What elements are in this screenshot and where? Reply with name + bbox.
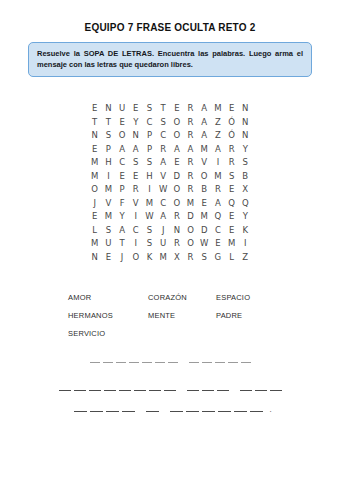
- page-title: EQUIPO 7 FRASE OCULTA RETO 2: [0, 22, 340, 33]
- letter-blank: [218, 406, 231, 412]
- letter-blank: [270, 385, 282, 391]
- letter-blank: [241, 357, 251, 363]
- letter-blank: [106, 406, 119, 412]
- grid-cell[interactable]: A: [129, 142, 143, 156]
- grid-cell[interactable]: E: [88, 142, 102, 156]
- letter-blank: [134, 385, 146, 391]
- grid-cell[interactable]: Q: [211, 210, 225, 224]
- grid-cell[interactable]: R: [211, 183, 225, 197]
- grid-cell[interactable]: Ó: [225, 129, 239, 143]
- blank-word-group: [187, 385, 229, 391]
- grid-cell[interactable]: E: [102, 250, 116, 264]
- grid-cell[interactable]: W: [143, 210, 157, 224]
- grid-cell[interactable]: A: [197, 129, 211, 143]
- word-empty: [216, 329, 340, 338]
- grid-cell[interactable]: U: [115, 102, 129, 116]
- grid-cell[interactable]: E: [211, 237, 225, 251]
- letter-blank: [228, 357, 238, 363]
- grid-cell[interactable]: B: [238, 169, 252, 183]
- grid-cell[interactable]: J: [156, 223, 170, 237]
- grid-cell[interactable]: S: [143, 223, 157, 237]
- grid-cell[interactable]: C: [211, 223, 225, 237]
- grid-cell[interactable]: U: [156, 237, 170, 251]
- letter-blank: [234, 406, 247, 412]
- grid-cell[interactable]: R: [184, 129, 198, 143]
- letter-blank: [186, 406, 199, 412]
- grid-cell[interactable]: T: [88, 115, 102, 129]
- blank-word-group: [59, 385, 176, 391]
- blank-word-group: [90, 357, 178, 363]
- grid-cell[interactable]: S: [143, 156, 157, 170]
- grid-cell[interactable]: A: [211, 196, 225, 210]
- grid-cell[interactable]: E: [88, 102, 102, 116]
- grid-cell[interactable]: A: [156, 156, 170, 170]
- grid-cell[interactable]: J: [115, 250, 129, 264]
- grid-cell[interactable]: I: [129, 210, 143, 224]
- grid-cell[interactable]: I: [238, 237, 252, 251]
- grid-cell[interactable]: S: [129, 156, 143, 170]
- grid-cell[interactable]: N: [129, 129, 143, 143]
- instructions-box: Resuelve la SOPA DE LETRAS. Encuentra la…: [28, 42, 312, 77]
- grid-cell[interactable]: E: [170, 102, 184, 116]
- grid-cell[interactable]: R: [129, 183, 143, 197]
- grid-cell[interactable]: S: [225, 169, 239, 183]
- grid-cell[interactable]: Y: [238, 142, 252, 156]
- grid-cell[interactable]: L: [88, 223, 102, 237]
- letter-blank: [119, 385, 131, 391]
- grid-cell[interactable]: R: [184, 250, 198, 264]
- grid-cell[interactable]: R: [156, 142, 170, 156]
- grid-cell[interactable]: S: [197, 250, 211, 264]
- grid-cell[interactable]: O: [170, 196, 184, 210]
- grid-cell[interactable]: A: [184, 142, 198, 156]
- grid-cell[interactable]: V: [156, 169, 170, 183]
- grid-cell[interactable]: F: [115, 196, 129, 210]
- blank-word-group: [146, 406, 159, 412]
- letter-blank: [215, 357, 225, 363]
- letter-blank: [168, 357, 178, 363]
- grid-cell[interactable]: Z: [211, 115, 225, 129]
- period-mark: .: [269, 407, 271, 412]
- grid-cell[interactable]: P: [102, 142, 116, 156]
- grid-cell[interactable]: E: [115, 115, 129, 129]
- grid-cell[interactable]: A: [197, 102, 211, 116]
- blank-word-group: [240, 385, 282, 391]
- grid-cell[interactable]: N: [88, 250, 102, 264]
- grid-cell[interactable]: W: [156, 183, 170, 197]
- grid-cell[interactable]: E: [129, 169, 143, 183]
- grid-cell[interactable]: K: [238, 223, 252, 237]
- grid-cell[interactable]: E: [197, 196, 211, 210]
- grid-cell[interactable]: P: [143, 129, 157, 143]
- grid-cell[interactable]: R: [184, 156, 198, 170]
- grid-cell[interactable]: R: [170, 237, 184, 251]
- grid-cell[interactable]: R: [170, 210, 184, 224]
- grid-cell[interactable]: V: [102, 196, 116, 210]
- grid-cell[interactable]: Z: [238, 250, 252, 264]
- grid-cell[interactable]: O: [129, 250, 143, 264]
- grid-cell[interactable]: D: [184, 210, 198, 224]
- grid-cell[interactable]: M: [211, 169, 225, 183]
- word-empty: [148, 329, 216, 338]
- letter-blank: [122, 406, 135, 412]
- grid-cell[interactable]: D: [170, 169, 184, 183]
- letter-blank: [116, 357, 126, 363]
- grid-cell[interactable]: V: [197, 156, 211, 170]
- grid-cell[interactable]: R: [184, 169, 198, 183]
- word-item: ESPACIO: [216, 293, 340, 302]
- grid-cell[interactable]: S: [156, 115, 170, 129]
- word-item: HERMANOS: [68, 311, 148, 320]
- letter-blank: [189, 357, 199, 363]
- letter-blank: [74, 406, 87, 412]
- grid-cell[interactable]: E: [88, 210, 102, 224]
- grid-cell[interactable]: E: [225, 102, 239, 116]
- grid-cell[interactable]: E: [170, 156, 184, 170]
- grid-cell[interactable]: Q: [238, 196, 252, 210]
- grid-cell[interactable]: U: [102, 237, 116, 251]
- grid-cell[interactable]: S: [143, 237, 157, 251]
- grid-cell[interactable]: R: [184, 115, 198, 129]
- grid-cell[interactable]: E: [225, 183, 239, 197]
- word-item: PADRE: [216, 311, 340, 320]
- letter-blank: [202, 385, 214, 391]
- grid-cell[interactable]: G: [211, 250, 225, 264]
- grid-cell[interactable]: I: [129, 237, 143, 251]
- grid-cell[interactable]: N: [88, 129, 102, 143]
- grid-cell[interactable]: A: [115, 142, 129, 156]
- grid-cell[interactable]: M: [143, 196, 157, 210]
- grid-cell[interactable]: E: [225, 223, 239, 237]
- grid-cell[interactable]: S: [238, 156, 252, 170]
- grid-cell[interactable]: M: [225, 237, 239, 251]
- grid-cell[interactable]: Y: [238, 210, 252, 224]
- grid-cell[interactable]: O: [170, 183, 184, 197]
- grid-cell[interactable]: R: [184, 183, 198, 197]
- grid-cell[interactable]: T: [115, 237, 129, 251]
- grid-cell[interactable]: C: [156, 129, 170, 143]
- grid-cell[interactable]: T: [102, 115, 116, 129]
- worksheet-page: EQUIPO 7 FRASE OCULTA RETO 2 Resuelve la…: [0, 22, 340, 480]
- letter-blank: [217, 385, 229, 391]
- grid-cell[interactable]: C: [115, 156, 129, 170]
- grid-cell[interactable]: S: [143, 102, 157, 116]
- blank-word-group: [74, 406, 135, 412]
- word-search-grid: ENUESTERAMENTTEYCSORAZÓNNSONPCORAZÓNEPAA…: [88, 102, 252, 264]
- grid-cell[interactable]: N: [170, 223, 184, 237]
- letter-blank: [103, 357, 113, 363]
- answer-blanks: .: [0, 357, 340, 412]
- grid-cell[interactable]: N: [102, 102, 116, 116]
- grid-cell[interactable]: Ó: [225, 115, 239, 129]
- letter-blank: [202, 357, 212, 363]
- letter-blank: [187, 385, 199, 391]
- grid-cell[interactable]: X: [170, 250, 184, 264]
- letter-blank: [255, 385, 267, 391]
- grid-cell[interactable]: X: [238, 183, 252, 197]
- word-list: AMORCORAZÓNESPACIOHERMANOSMENTEPADRESERV…: [68, 293, 340, 338]
- grid-cell[interactable]: O: [170, 129, 184, 143]
- grid-cell[interactable]: V: [129, 196, 143, 210]
- grid-cell[interactable]: M: [156, 250, 170, 264]
- grid-cell[interactable]: M: [211, 102, 225, 116]
- grid-cell[interactable]: D: [197, 223, 211, 237]
- letter-blank: [149, 385, 161, 391]
- grid-cell[interactable]: R: [184, 102, 198, 116]
- grid-cell[interactable]: P: [115, 183, 129, 197]
- grid-cell[interactable]: E: [129, 102, 143, 116]
- grid-cell[interactable]: O: [184, 237, 198, 251]
- grid-cell[interactable]: B: [197, 183, 211, 197]
- letter-blank: [90, 357, 100, 363]
- grid-cell[interactable]: C: [143, 115, 157, 129]
- letter-blank: [90, 406, 103, 412]
- grid-cell[interactable]: P: [143, 142, 157, 156]
- answer-line[interactable]: [0, 385, 340, 391]
- grid-cell[interactable]: Q: [225, 196, 239, 210]
- grid-cell[interactable]: I: [143, 183, 157, 197]
- letter-blank: [104, 385, 116, 391]
- grid-cell[interactable]: J: [88, 196, 102, 210]
- grid-cell[interactable]: A: [170, 142, 184, 156]
- grid-cell[interactable]: E: [115, 169, 129, 183]
- letter-blank: [202, 406, 215, 412]
- grid-cell[interactable]: R: [225, 142, 239, 156]
- grid-cell[interactable]: M: [88, 169, 102, 183]
- grid-cell[interactable]: M: [88, 237, 102, 251]
- word-item: MENTE: [148, 311, 216, 320]
- letter-blank: [170, 406, 183, 412]
- grid-cell[interactable]: C: [129, 223, 143, 237]
- grid-cell[interactable]: O: [88, 183, 102, 197]
- answer-line[interactable]: .: [0, 406, 340, 412]
- grid-cell[interactable]: I: [211, 156, 225, 170]
- letter-blank: [129, 357, 139, 363]
- grid-cell[interactable]: O: [170, 115, 184, 129]
- grid-cell[interactable]: O: [184, 223, 198, 237]
- grid-cell[interactable]: N: [238, 129, 252, 143]
- letter-blank: [155, 357, 165, 363]
- grid-cell[interactable]: O: [197, 169, 211, 183]
- grid-cell[interactable]: H: [102, 156, 116, 170]
- grid-cell[interactable]: R: [225, 156, 239, 170]
- grid-cell[interactable]: K: [143, 250, 157, 264]
- grid-cell[interactable]: Z: [211, 129, 225, 143]
- grid-cell[interactable]: L: [225, 250, 239, 264]
- grid-cell[interactable]: E: [225, 210, 239, 224]
- blank-word-group: [189, 357, 251, 363]
- grid-cell[interactable]: S: [102, 223, 116, 237]
- word-item: AMOR: [68, 293, 148, 302]
- grid-cell[interactable]: M: [197, 210, 211, 224]
- letter-blank: [240, 385, 252, 391]
- word-item: CORAZÓN: [148, 293, 216, 302]
- letter-blank: [142, 357, 152, 363]
- letter-blank: [250, 406, 263, 412]
- grid-cell[interactable]: O: [115, 129, 129, 143]
- grid-cell[interactable]: A: [115, 223, 129, 237]
- word-item: SERVICIO: [68, 329, 148, 338]
- grid-cell[interactable]: Y: [129, 115, 143, 129]
- grid-cell[interactable]: T: [156, 102, 170, 116]
- grid-cell[interactable]: A: [197, 115, 211, 129]
- grid-cell[interactable]: Y: [115, 210, 129, 224]
- letter-blank: [164, 385, 176, 391]
- grid-cell[interactable]: W: [197, 237, 211, 251]
- grid-cell[interactable]: H: [143, 169, 157, 183]
- answer-line[interactable]: [0, 357, 340, 363]
- grid-cell[interactable]: M: [88, 156, 102, 170]
- grid-cell[interactable]: S: [102, 129, 116, 143]
- grid-cell[interactable]: C: [156, 196, 170, 210]
- grid-cell[interactable]: M: [184, 196, 198, 210]
- grid-cell[interactable]: A: [211, 142, 225, 156]
- letter-blank: [89, 385, 101, 391]
- grid-cell[interactable]: M: [197, 142, 211, 156]
- letter-blank: [59, 385, 71, 391]
- instructions-text: Resuelve la SOPA DE LETRAS. Encuentra la…: [37, 49, 303, 69]
- letter-blank: [146, 406, 159, 412]
- grid-cell[interactable]: M: [102, 210, 116, 224]
- blank-word-group: [170, 406, 263, 412]
- grid-cell[interactable]: N: [238, 102, 252, 116]
- letter-blank: [74, 385, 86, 391]
- grid-cell[interactable]: M: [102, 183, 116, 197]
- grid-cell[interactable]: A: [156, 210, 170, 224]
- grid-cell[interactable]: N: [238, 115, 252, 129]
- grid-cell[interactable]: I: [102, 169, 116, 183]
